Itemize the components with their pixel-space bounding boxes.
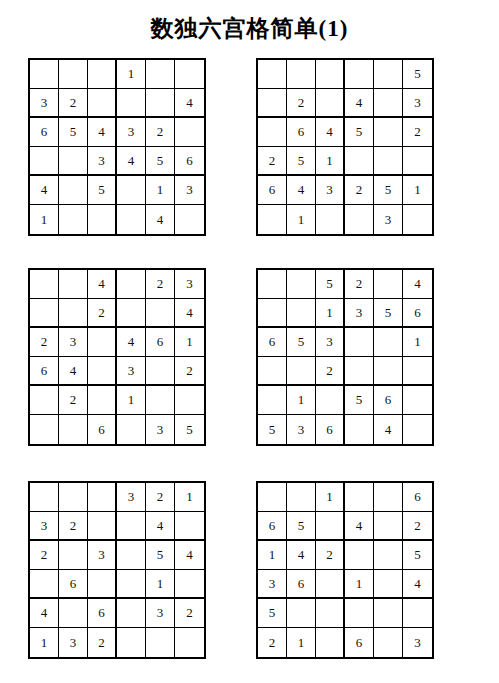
sudoku-cell-r4c3: 1 — [316, 147, 345, 176]
sudoku-cell-r1c2 — [287, 483, 316, 512]
sudoku-cell-r2c6: 6 — [403, 299, 432, 328]
sudoku-cell-r4c6: 4 — [403, 570, 432, 599]
sudoku-cell-r2c5: 5 — [374, 299, 403, 328]
sudoku-cell-r2c1 — [30, 299, 59, 328]
sudoku-cell-r5c4: 5 — [345, 386, 374, 415]
sudoku-cell-r4c5 — [146, 357, 175, 386]
sudoku-cell-r4c4 — [345, 147, 374, 176]
sudoku-cell-r6c5: 4 — [374, 415, 403, 444]
sudoku-cell-r3c4 — [345, 541, 374, 570]
sudoku-cell-r5c3 — [316, 386, 345, 415]
sudoku-cell-r5c4: 2 — [345, 176, 374, 205]
sudoku-cell-r1c4: 2 — [345, 270, 374, 299]
sudoku-cell-r1c4: 1 — [117, 60, 146, 89]
sudoku-cell-r5c2: 4 — [287, 176, 316, 205]
sudoku-cell-r5c5 — [374, 599, 403, 628]
sudoku-cell-r5c2: 1 — [287, 386, 316, 415]
sudoku-cell-r3c2 — [59, 541, 88, 570]
sudoku-cell-r4c6: 2 — [175, 357, 204, 386]
sudoku-cell-r2c6: 4 — [175, 299, 204, 328]
sudoku-cell-r2c4 — [117, 299, 146, 328]
sudoku-cell-r1c1 — [258, 270, 287, 299]
sudoku-cell-r3c2: 5 — [59, 118, 88, 147]
sudoku-cell-r2c6: 2 — [403, 512, 432, 541]
sudoku-cell-r4c4: 3 — [117, 357, 146, 386]
sudoku-cell-r3c4: 5 — [345, 118, 374, 147]
sudoku-cell-r1c3 — [88, 483, 117, 512]
sudoku-cell-r6c1: 1 — [30, 205, 59, 234]
sudoku-cell-r5c4 — [117, 599, 146, 628]
sudoku-cell-r3c1: 6 — [30, 118, 59, 147]
sudoku-cell-r5c4 — [345, 599, 374, 628]
sudoku-cell-r1c5 — [146, 60, 175, 89]
sudoku-cell-r2c5 — [146, 299, 175, 328]
sudoku-grid-5: 3213242354614632132 — [28, 481, 206, 659]
sudoku-cell-r3c2: 5 — [287, 328, 316, 357]
sudoku-cell-r4c4: 1 — [345, 570, 374, 599]
sudoku-cell-r2c6: 3 — [403, 89, 432, 118]
sudoku-cell-r1c6: 6 — [403, 483, 432, 512]
sudoku-cell-r3c4: 3 — [117, 118, 146, 147]
sudoku-cell-r5c6: 2 — [175, 599, 204, 628]
sudoku-cell-r4c6 — [403, 147, 432, 176]
sudoku-cell-r6c3: 6 — [316, 415, 345, 444]
sudoku-cell-r6c4: 6 — [345, 628, 374, 657]
sudoku-cell-r6c4 — [345, 415, 374, 444]
sudoku-cell-r2c1: 3 — [30, 512, 59, 541]
sudoku-cell-r6c2: 1 — [287, 205, 316, 234]
sudoku-cell-r2c2: 2 — [59, 89, 88, 118]
sudoku-cell-r1c3: 4 — [88, 270, 117, 299]
sudoku-cell-r6c1: 1 — [30, 628, 59, 657]
sudoku-grid-6: 1665421425361452163 — [256, 481, 434, 659]
page-title: 数独六宫格简单(1) — [0, 13, 499, 44]
sudoku-cell-r2c1: 3 — [30, 89, 59, 118]
sudoku-cell-r5c1: 4 — [30, 176, 59, 205]
sudoku-cell-r4c5: 5 — [146, 147, 175, 176]
sudoku-cell-r6c1: 5 — [258, 415, 287, 444]
sudoku-cell-r1c4: 3 — [117, 483, 146, 512]
sudoku-cell-r2c1: 6 — [258, 512, 287, 541]
sudoku-cell-r4c1 — [30, 570, 59, 599]
sudoku-cell-r2c3 — [316, 89, 345, 118]
sudoku-cell-r2c6: 4 — [175, 89, 204, 118]
sudoku-cell-r5c3 — [88, 386, 117, 415]
sudoku-cell-r1c4 — [117, 270, 146, 299]
sudoku-cell-r5c1: 5 — [258, 599, 287, 628]
sudoku-cell-r5c2 — [59, 176, 88, 205]
sudoku-cell-r6c3 — [316, 628, 345, 657]
sudoku-cell-r6c5: 3 — [146, 415, 175, 444]
sudoku-cell-r6c3: 2 — [88, 628, 117, 657]
sudoku-cell-r1c1 — [30, 270, 59, 299]
sudoku-cell-r1c6: 4 — [403, 270, 432, 299]
sudoku-cell-r5c5: 1 — [146, 176, 175, 205]
sudoku-cell-r1c3 — [316, 60, 345, 89]
sudoku-cell-r6c1 — [30, 415, 59, 444]
sudoku-cell-r3c3: 3 — [316, 328, 345, 357]
sudoku-cell-r5c1 — [258, 386, 287, 415]
sudoku-cell-r4c2: 5 — [287, 147, 316, 176]
sudoku-cell-r1c4 — [345, 483, 374, 512]
sudoku-cell-r3c4: 4 — [117, 328, 146, 357]
sudoku-cell-r3c5: 5 — [146, 541, 175, 570]
sudoku-cell-r3c6: 1 — [403, 328, 432, 357]
sudoku-cell-r5c5 — [146, 386, 175, 415]
sudoku-cell-r1c2 — [59, 483, 88, 512]
sudoku-cell-r2c1 — [258, 89, 287, 118]
sudoku-cell-r6c2 — [59, 205, 88, 234]
sudoku-cell-r5c4: 1 — [117, 386, 146, 415]
sudoku-cell-r4c6 — [403, 357, 432, 386]
sudoku-cell-r6c5 — [374, 628, 403, 657]
sudoku-cell-r3c6: 1 — [175, 328, 204, 357]
sudoku-cell-r1c3: 5 — [316, 270, 345, 299]
sudoku-cell-r1c5: 2 — [146, 483, 175, 512]
sudoku-cell-r6c6: 5 — [175, 415, 204, 444]
sudoku-cell-r3c6 — [175, 118, 204, 147]
sudoku-cell-r5c2 — [287, 599, 316, 628]
sudoku-cell-r6c6: 3 — [403, 628, 432, 657]
sudoku-cell-r1c1 — [258, 60, 287, 89]
sudoku-cell-r2c5 — [146, 89, 175, 118]
sudoku-cell-r6c1: 2 — [258, 628, 287, 657]
sudoku-cell-r6c5 — [146, 628, 175, 657]
sudoku-cell-r4c6: 6 — [175, 147, 204, 176]
sudoku-cell-r5c3 — [316, 599, 345, 628]
sudoku-cell-r6c5: 3 — [374, 205, 403, 234]
sudoku-cell-r6c6 — [175, 205, 204, 234]
sudoku-cell-r3c3: 2 — [316, 541, 345, 570]
sudoku-cell-r4c6 — [175, 570, 204, 599]
sudoku-cell-r6c4 — [117, 205, 146, 234]
sudoku-cell-r3c1: 2 — [30, 328, 59, 357]
sudoku-cell-r1c1 — [258, 483, 287, 512]
sudoku-cell-r5c3: 5 — [88, 176, 117, 205]
sudoku-cell-r4c4 — [345, 357, 374, 386]
sudoku-cell-r2c2: 2 — [59, 512, 88, 541]
sudoku-cell-r2c2 — [287, 299, 316, 328]
sudoku-cell-r1c6 — [175, 60, 204, 89]
sudoku-cell-r3c2: 4 — [287, 541, 316, 570]
sudoku-cell-r5c1: 6 — [258, 176, 287, 205]
sudoku-cell-r3c5: 6 — [146, 328, 175, 357]
sudoku-cell-r2c6 — [175, 512, 204, 541]
sudoku-cell-r3c2: 3 — [59, 328, 88, 357]
sudoku-cell-r1c2 — [59, 60, 88, 89]
sudoku-cell-r5c5: 5 — [374, 176, 403, 205]
sudoku-cell-r6c3 — [316, 205, 345, 234]
sudoku-cell-r2c2: 5 — [287, 512, 316, 541]
sudoku-cell-r4c1: 3 — [258, 570, 287, 599]
sudoku-cell-r2c4: 4 — [345, 89, 374, 118]
sudoku-cell-r3c3: 3 — [88, 541, 117, 570]
sudoku-cell-r3c5 — [374, 118, 403, 147]
sudoku-cell-r4c5: 1 — [146, 570, 175, 599]
sudoku-cell-r6c2: 3 — [59, 628, 88, 657]
sudoku-cell-r5c4 — [117, 176, 146, 205]
sudoku-cell-r4c1: 6 — [30, 357, 59, 386]
sudoku-cell-r1c5 — [374, 270, 403, 299]
sudoku-cell-r4c1 — [258, 357, 287, 386]
sudoku-cell-r2c5 — [374, 512, 403, 541]
sudoku-cell-r3c4 — [345, 328, 374, 357]
sudoku-cell-r4c3: 2 — [316, 357, 345, 386]
sudoku-cell-r3c1 — [258, 118, 287, 147]
sudoku-cell-r6c6 — [403, 415, 432, 444]
sudoku-cell-r6c4 — [345, 205, 374, 234]
sudoku-grid-2: 5243645225164325113 — [256, 58, 434, 236]
sudoku-cell-r1c6: 5 — [403, 60, 432, 89]
sudoku-cell-r5c2 — [59, 599, 88, 628]
sudoku-cell-r1c1 — [30, 483, 59, 512]
sudoku-cell-r4c2 — [287, 357, 316, 386]
sudoku-cell-r3c1: 2 — [30, 541, 59, 570]
sudoku-cell-r3c3: 4 — [316, 118, 345, 147]
sudoku-cell-r1c3: 1 — [316, 483, 345, 512]
sudoku-cell-r1c6: 1 — [175, 483, 204, 512]
sudoku-cell-r4c1: 2 — [258, 147, 287, 176]
sudoku-cell-r5c6 — [175, 386, 204, 415]
sudoku-cell-r5c2: 2 — [59, 386, 88, 415]
sudoku-cell-r5c3: 3 — [316, 176, 345, 205]
sudoku-cell-r1c2 — [287, 270, 316, 299]
sudoku-cell-r1c6: 3 — [175, 270, 204, 299]
sudoku-cell-r6c2: 3 — [287, 415, 316, 444]
sudoku-cell-r4c5 — [374, 357, 403, 386]
sudoku-cell-r1c2 — [59, 270, 88, 299]
sudoku-cell-r6c5: 4 — [146, 205, 175, 234]
sudoku-cell-r5c1: 4 — [30, 599, 59, 628]
sudoku-cell-r5c3: 6 — [88, 599, 117, 628]
sudoku-cell-r4c3 — [88, 357, 117, 386]
sudoku-cell-r3c6: 4 — [175, 541, 204, 570]
sudoku-grid-1: 1324654323456451314 — [28, 58, 206, 236]
sudoku-cell-r2c3 — [88, 89, 117, 118]
sudoku-cell-r1c1 — [30, 60, 59, 89]
sudoku-cell-r1c2 — [287, 60, 316, 89]
sudoku-cell-r4c4: 4 — [117, 147, 146, 176]
sudoku-cell-r4c2: 6 — [59, 570, 88, 599]
sudoku-cell-r4c5 — [374, 570, 403, 599]
sudoku-cell-r2c2 — [59, 299, 88, 328]
sudoku-cell-r5c5: 6 — [374, 386, 403, 415]
sudoku-cell-r2c1 — [258, 299, 287, 328]
sudoku-cell-r4c4 — [117, 570, 146, 599]
sudoku-cell-r3c1: 1 — [258, 541, 287, 570]
sudoku-cell-r4c5 — [374, 147, 403, 176]
sudoku-cell-r3c3: 4 — [88, 118, 117, 147]
sudoku-cell-r6c4 — [117, 415, 146, 444]
sudoku-grid-4: 5241356653121565364 — [256, 268, 434, 446]
sudoku-cell-r5c6: 3 — [175, 176, 204, 205]
worksheet-page: { "page": { "title": "数独六宫格简单(1)" }, "ga… — [0, 0, 499, 683]
sudoku-cell-r2c4 — [117, 512, 146, 541]
sudoku-cell-r4c2: 4 — [59, 357, 88, 386]
sudoku-cell-r6c2 — [59, 415, 88, 444]
sudoku-cell-r5c1 — [30, 386, 59, 415]
sudoku-cell-r3c4 — [117, 541, 146, 570]
sudoku-cell-r4c2: 6 — [287, 570, 316, 599]
sudoku-cell-r6c4 — [117, 628, 146, 657]
sudoku-cell-r6c6 — [403, 205, 432, 234]
sudoku-cell-r3c1: 6 — [258, 328, 287, 357]
sudoku-cell-r4c3: 3 — [88, 147, 117, 176]
sudoku-cell-r5c5: 3 — [146, 599, 175, 628]
sudoku-cell-r3c6: 5 — [403, 541, 432, 570]
sudoku-cell-r1c3 — [88, 60, 117, 89]
sudoku-cell-r4c2 — [59, 147, 88, 176]
sudoku-cell-r6c6 — [175, 628, 204, 657]
sudoku-cell-r2c2: 2 — [287, 89, 316, 118]
sudoku-cell-r1c4 — [345, 60, 374, 89]
sudoku-cell-r5c6 — [403, 386, 432, 415]
sudoku-cell-r3c5 — [374, 328, 403, 357]
sudoku-cell-r3c6: 2 — [403, 118, 432, 147]
sudoku-cell-r1c5 — [374, 60, 403, 89]
sudoku-cell-r4c3 — [88, 570, 117, 599]
sudoku-cell-r2c5 — [374, 89, 403, 118]
sudoku-grid-3: 4232423461643221635 — [28, 268, 206, 446]
sudoku-cell-r6c2: 1 — [287, 628, 316, 657]
sudoku-cell-r2c3: 1 — [316, 299, 345, 328]
sudoku-cell-r6c3: 6 — [88, 415, 117, 444]
sudoku-cell-r2c3 — [316, 512, 345, 541]
sudoku-cell-r5c6 — [403, 599, 432, 628]
sudoku-cell-r3c3 — [88, 328, 117, 357]
sudoku-cell-r2c3 — [88, 512, 117, 541]
sudoku-cell-r3c5: 2 — [146, 118, 175, 147]
sudoku-cell-r4c1 — [30, 147, 59, 176]
sudoku-cell-r1c5 — [374, 483, 403, 512]
sudoku-cell-r6c1 — [258, 205, 287, 234]
sudoku-cell-r6c3 — [88, 205, 117, 234]
sudoku-cell-r2c5: 4 — [146, 512, 175, 541]
sudoku-cell-r3c5 — [374, 541, 403, 570]
sudoku-cell-r2c4: 3 — [345, 299, 374, 328]
sudoku-cell-r4c3 — [316, 570, 345, 599]
sudoku-cell-r2c4 — [117, 89, 146, 118]
sudoku-cell-r2c3: 2 — [88, 299, 117, 328]
sudoku-cell-r3c2: 6 — [287, 118, 316, 147]
sudoku-cell-r1c5: 2 — [146, 270, 175, 299]
sudoku-cell-r2c4: 4 — [345, 512, 374, 541]
sudoku-cell-r5c6: 1 — [403, 176, 432, 205]
